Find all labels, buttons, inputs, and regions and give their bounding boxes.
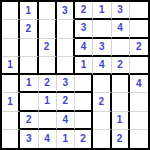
cell-r8c1[interactable]	[2, 130, 20, 148]
cell-r4c5-given[interactable]: 1	[75, 57, 93, 75]
cell-r2c3[interactable]	[39, 20, 57, 38]
cell-r5c7[interactable]	[112, 75, 130, 93]
cell-r5c8-given[interactable]: 4	[130, 75, 148, 93]
cell-r2c4[interactable]	[57, 20, 75, 38]
cell-r5c5[interactable]	[75, 75, 93, 93]
cell-r7c4-given[interactable]: 4	[57, 112, 75, 130]
cell-r6c5[interactable]	[75, 93, 93, 111]
cell-r5c3-given[interactable]: 2	[39, 75, 57, 93]
cell-r6c1-given[interactable]: 1	[2, 93, 20, 111]
cell-r4c7-given[interactable]: 2	[112, 57, 130, 75]
cell-r8c6[interactable]	[93, 130, 111, 148]
cell-r3c8-given[interactable]: 2	[130, 39, 148, 57]
cell-r7c8[interactable]	[130, 112, 148, 130]
puzzle-screenshot: 13213234243211421234112224134122	[0, 0, 150, 150]
cell-r5c1[interactable]	[2, 75, 20, 93]
cell-r2c6[interactable]	[93, 20, 111, 38]
cell-r5c2-given[interactable]: 1	[20, 75, 38, 93]
cell-r6c8[interactable]	[130, 93, 148, 111]
cell-r1c3[interactable]	[39, 2, 57, 20]
cell-r7c3[interactable]	[39, 112, 57, 130]
cell-r1c6-given[interactable]: 1	[93, 2, 111, 20]
cell-r4c3[interactable]	[39, 57, 57, 75]
cell-r8c2-given[interactable]: 3	[20, 130, 38, 148]
cell-r7c5[interactable]	[75, 112, 93, 130]
cell-r7c2-given[interactable]: 2	[20, 112, 38, 130]
cell-r7c7-given[interactable]: 1	[112, 112, 130, 130]
cell-r3c7[interactable]	[112, 39, 130, 57]
cell-r2c2-given[interactable]: 2	[20, 20, 38, 38]
cell-r1c8[interactable]	[130, 2, 148, 20]
cell-r8c8[interactable]	[130, 130, 148, 148]
cell-r8c5-given[interactable]: 2	[75, 130, 93, 148]
cell-r8c3-given[interactable]: 4	[39, 130, 57, 148]
cell-r4c4[interactable]	[57, 57, 75, 75]
cell-r3c5-given[interactable]: 4	[75, 39, 93, 57]
cell-r8c7-given[interactable]: 2	[112, 130, 130, 148]
cell-r6c7[interactable]	[112, 93, 130, 111]
cell-r7c1[interactable]	[2, 112, 20, 130]
cell-r4c2[interactable]	[20, 57, 38, 75]
cell-r7c6[interactable]	[93, 112, 111, 130]
cell-r1c2-given[interactable]: 1	[20, 2, 38, 20]
cell-r6c3-given[interactable]: 1	[39, 93, 57, 111]
cell-r5c4-given[interactable]: 3	[57, 75, 75, 93]
cell-r4c1-given[interactable]: 1	[2, 57, 20, 75]
cell-r6c4-given[interactable]: 2	[57, 93, 75, 111]
cell-r1c7-given[interactable]: 3	[112, 2, 130, 20]
cell-r3c1[interactable]	[2, 39, 20, 57]
cell-r4c8[interactable]	[130, 57, 148, 75]
cell-r1c5-given[interactable]: 2	[75, 2, 93, 20]
cell-r2c8[interactable]	[130, 20, 148, 38]
cell-r2c5-given[interactable]: 3	[75, 20, 93, 38]
cell-r1c4-given[interactable]: 3	[57, 2, 75, 20]
cell-r1c1[interactable]	[2, 2, 20, 20]
cell-r3c3-given[interactable]: 2	[39, 39, 57, 57]
cell-r2c1[interactable]	[2, 20, 20, 38]
cell-r8c4-given[interactable]: 1	[57, 130, 75, 148]
cell-r6c2[interactable]	[20, 93, 38, 111]
cell-r2c7-given[interactable]: 4	[112, 20, 130, 38]
cell-r3c4[interactable]	[57, 39, 75, 57]
cell-r5c6[interactable]	[93, 75, 111, 93]
cell-r4c6-given[interactable]: 4	[93, 57, 111, 75]
cell-r6c6-given[interactable]: 2	[93, 93, 111, 111]
sudoku-board: 13213234243211421234112224134122	[0, 0, 150, 150]
cell-r3c6-given[interactable]: 3	[93, 39, 111, 57]
cell-r3c2[interactable]	[20, 39, 38, 57]
